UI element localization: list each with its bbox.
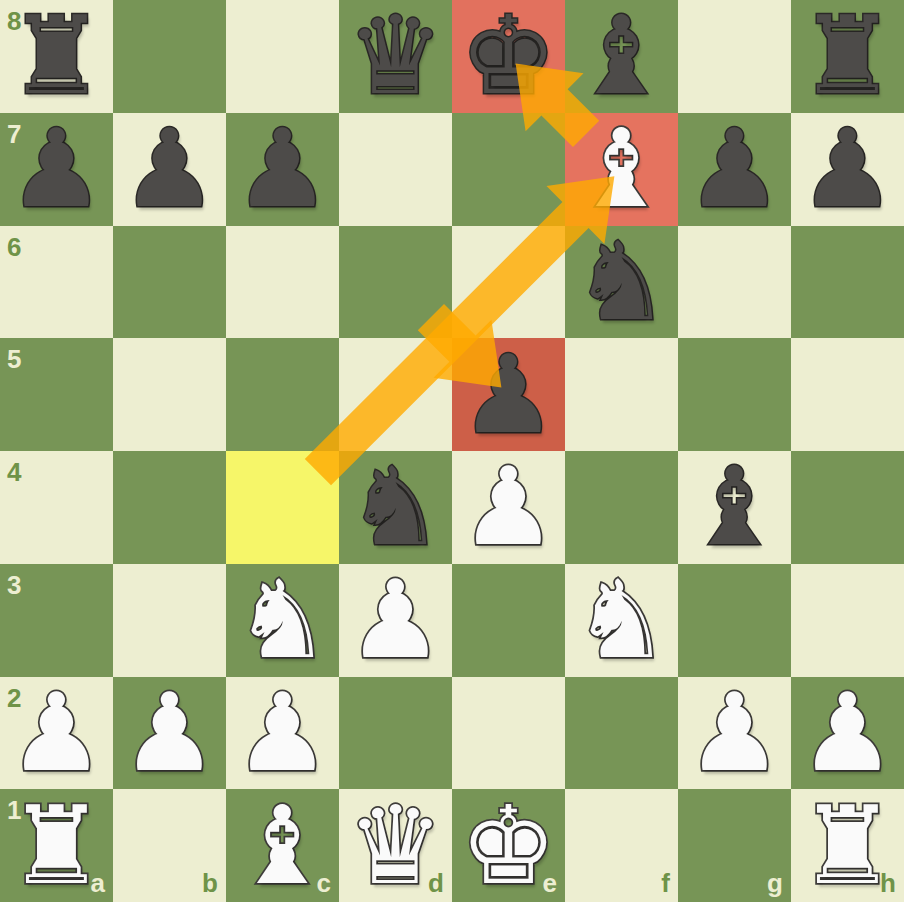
square-d3[interactable]: ♟ <box>339 564 452 677</box>
square-a4[interactable]: 4 <box>0 451 113 564</box>
square-b5[interactable] <box>113 338 226 451</box>
square-g6[interactable] <box>678 226 791 339</box>
piece-black-pawn[interactable]: ♟ <box>799 113 896 225</box>
square-g7[interactable]: ♟ <box>678 113 791 226</box>
piece-black-king[interactable]: ♚ <box>460 0 557 112</box>
square-e8[interactable]: ♚ <box>452 0 565 113</box>
piece-white-pawn[interactable]: ♟ <box>347 564 444 676</box>
piece-black-rook[interactable]: ♜ <box>8 0 105 112</box>
square-d6[interactable] <box>339 226 452 339</box>
square-e3[interactable] <box>452 564 565 677</box>
square-f4[interactable] <box>565 451 678 564</box>
square-a5[interactable]: 5 <box>0 338 113 451</box>
piece-white-pawn[interactable]: ♟ <box>8 677 105 789</box>
piece-white-pawn[interactable]: ♟ <box>121 677 218 789</box>
piece-black-pawn[interactable]: ♟ <box>8 113 105 225</box>
piece-black-knight[interactable]: ♞ <box>347 451 444 563</box>
square-b8[interactable] <box>113 0 226 113</box>
square-e2[interactable] <box>452 677 565 790</box>
file-label-b: b <box>202 868 218 899</box>
piece-white-queen[interactable]: ♛ <box>347 790 444 902</box>
piece-white-rook[interactable]: ♜ <box>8 790 105 902</box>
piece-white-bishop[interactable]: ♝ <box>573 113 670 225</box>
square-b2[interactable]: ♟ <box>113 677 226 790</box>
piece-white-knight[interactable]: ♞ <box>234 564 331 676</box>
piece-black-bishop[interactable]: ♝ <box>573 0 670 112</box>
square-g3[interactable] <box>678 564 791 677</box>
square-b1[interactable]: b <box>113 789 226 902</box>
square-f2[interactable] <box>565 677 678 790</box>
rank-label-4: 4 <box>7 457 21 488</box>
chess-board: 8♜♛♚♝♜7♟♟♟♝♟♟6♞5♟4♞♟♝3♞♟♞2♟♟♟♟♟1a♜bc♝d♛e… <box>0 0 904 902</box>
rank-label-6: 6 <box>7 232 21 263</box>
square-b4[interactable] <box>113 451 226 564</box>
piece-black-pawn[interactable]: ♟ <box>686 113 783 225</box>
piece-black-rook[interactable]: ♜ <box>799 0 896 112</box>
square-f6[interactable]: ♞ <box>565 226 678 339</box>
square-c2[interactable]: ♟ <box>226 677 339 790</box>
square-e7[interactable] <box>452 113 565 226</box>
square-h4[interactable] <box>791 451 904 564</box>
square-d2[interactable] <box>339 677 452 790</box>
piece-white-pawn[interactable]: ♟ <box>234 677 331 789</box>
square-a6[interactable]: 6 <box>0 226 113 339</box>
piece-black-bishop[interactable]: ♝ <box>686 451 783 563</box>
piece-black-pawn[interactable]: ♟ <box>234 113 331 225</box>
rank-label-5: 5 <box>7 344 21 375</box>
piece-white-pawn[interactable]: ♟ <box>460 451 557 563</box>
square-a3[interactable]: 3 <box>0 564 113 677</box>
square-h2[interactable]: ♟ <box>791 677 904 790</box>
square-h1[interactable]: h♜ <box>791 789 904 902</box>
square-d1[interactable]: d♛ <box>339 789 452 902</box>
square-b6[interactable] <box>113 226 226 339</box>
square-e6[interactable] <box>452 226 565 339</box>
piece-white-pawn[interactable]: ♟ <box>686 677 783 789</box>
square-g5[interactable] <box>678 338 791 451</box>
square-h6[interactable] <box>791 226 904 339</box>
square-c7[interactable]: ♟ <box>226 113 339 226</box>
square-d4[interactable]: ♞ <box>339 451 452 564</box>
square-c6[interactable] <box>226 226 339 339</box>
square-g1[interactable]: g <box>678 789 791 902</box>
square-f5[interactable] <box>565 338 678 451</box>
square-c5[interactable] <box>226 338 339 451</box>
square-a7[interactable]: 7♟ <box>0 113 113 226</box>
square-c1[interactable]: c♝ <box>226 789 339 902</box>
piece-black-pawn[interactable]: ♟ <box>121 113 218 225</box>
square-h5[interactable] <box>791 338 904 451</box>
square-h3[interactable] <box>791 564 904 677</box>
square-f1[interactable]: f <box>565 789 678 902</box>
piece-black-pawn[interactable]: ♟ <box>460 339 557 451</box>
square-d7[interactable] <box>339 113 452 226</box>
square-b3[interactable] <box>113 564 226 677</box>
square-h7[interactable]: ♟ <box>791 113 904 226</box>
square-g8[interactable] <box>678 0 791 113</box>
file-label-f: f <box>661 868 670 899</box>
piece-white-knight[interactable]: ♞ <box>573 564 670 676</box>
file-label-g: g <box>767 868 783 899</box>
rank-label-3: 3 <box>7 570 21 601</box>
square-h8[interactable]: ♜ <box>791 0 904 113</box>
square-e4[interactable]: ♟ <box>452 451 565 564</box>
square-g2[interactable]: ♟ <box>678 677 791 790</box>
piece-white-rook[interactable]: ♜ <box>799 790 896 902</box>
square-b7[interactable]: ♟ <box>113 113 226 226</box>
piece-white-bishop[interactable]: ♝ <box>234 790 331 902</box>
piece-black-queen[interactable]: ♛ <box>347 0 444 112</box>
square-f3[interactable]: ♞ <box>565 564 678 677</box>
piece-white-pawn[interactable]: ♟ <box>799 677 896 789</box>
square-a2[interactable]: 2♟ <box>0 677 113 790</box>
square-e1[interactable]: e♚ <box>452 789 565 902</box>
square-g4[interactable]: ♝ <box>678 451 791 564</box>
square-c8[interactable] <box>226 0 339 113</box>
square-c4[interactable] <box>226 451 339 564</box>
square-a1[interactable]: 1a♜ <box>0 789 113 902</box>
square-c3[interactable]: ♞ <box>226 564 339 677</box>
square-d8[interactable]: ♛ <box>339 0 452 113</box>
square-f7[interactable]: ♝ <box>565 113 678 226</box>
square-d5[interactable] <box>339 338 452 451</box>
square-a8[interactable]: 8♜ <box>0 0 113 113</box>
square-e5[interactable]: ♟ <box>452 338 565 451</box>
piece-white-king[interactable]: ♚ <box>460 790 557 902</box>
piece-black-knight[interactable]: ♞ <box>573 226 670 338</box>
square-f8[interactable]: ♝ <box>565 0 678 113</box>
